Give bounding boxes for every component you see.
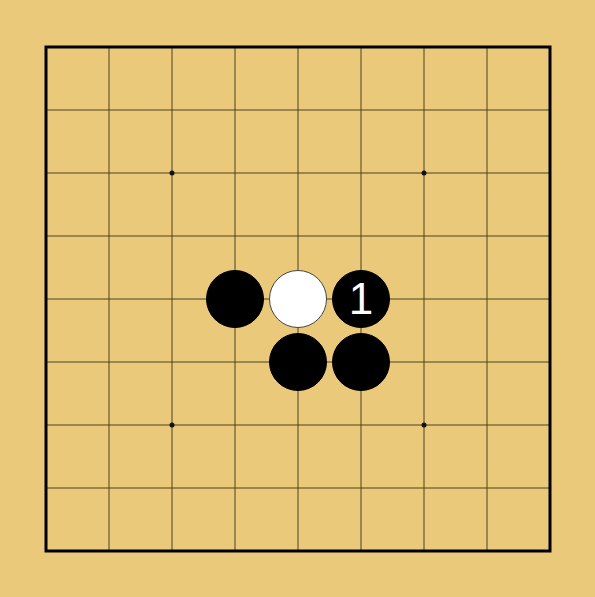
star-point bbox=[422, 171, 427, 176]
star-point bbox=[422, 423, 427, 428]
stone-black[interactable] bbox=[332, 333, 390, 391]
stone-white[interactable] bbox=[269, 270, 327, 328]
stone-black[interactable] bbox=[206, 270, 264, 328]
star-point bbox=[170, 423, 175, 428]
go-diagram: 1 bbox=[0, 0, 595, 597]
stone-black[interactable] bbox=[269, 333, 327, 391]
star-point bbox=[170, 171, 175, 176]
move-number-label: 1 bbox=[349, 277, 373, 321]
move-1-stone-black[interactable]: 1 bbox=[332, 270, 390, 328]
